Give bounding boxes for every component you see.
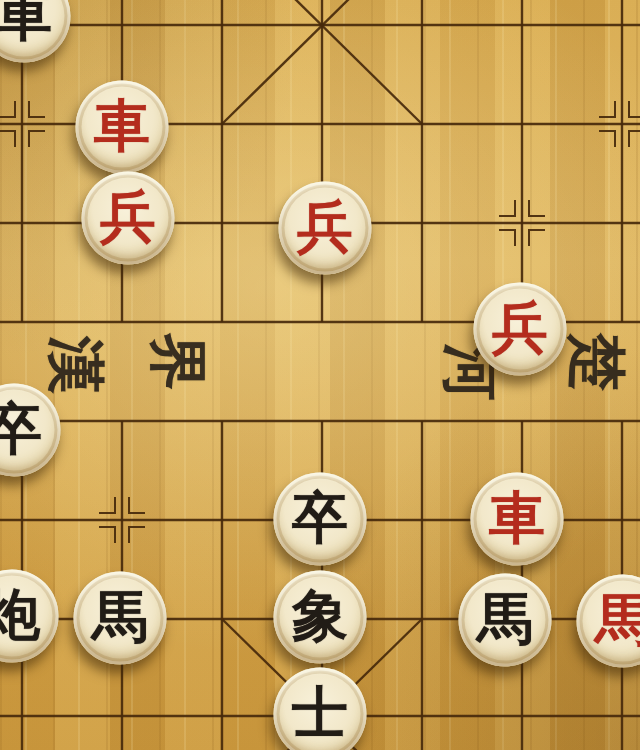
piece-glyph: 卒 — [292, 489, 348, 545]
xiangqi-photo: 漢界河楚 車車兵兵兵卒卒車炮馬象馬馬士 — [0, 0, 640, 750]
piece-glyph: 車 — [0, 0, 52, 42]
piece-glyph: 馬 — [595, 591, 640, 647]
point-marker-file8-rank3-cannon-point — [599, 101, 640, 147]
xiangqi-board[interactable]: 漢界河楚 車車兵兵兵卒卒車炮馬象馬馬士 — [0, 0, 640, 750]
piece-red-chariot-f7r7[interactable]: 車 — [471, 473, 564, 566]
piece-black-horse-f3r8[interactable]: 馬 — [74, 572, 167, 665]
piece-black-advisor-f5r9[interactable]: 士 — [274, 668, 367, 750]
piece-glyph: 象 — [292, 587, 348, 643]
piece-glyph: 車 — [489, 489, 545, 545]
piece-black-soldier-f5r7[interactable]: 卒 — [274, 473, 367, 566]
piece-glyph: 士 — [292, 684, 348, 740]
river-calligraphy-楚: 楚 — [567, 333, 625, 391]
point-marker-file2-rank3-cannon-point — [0, 101, 45, 147]
piece-glyph: 馬 — [477, 590, 533, 646]
piece-black-elephant-f5r8[interactable]: 象 — [274, 571, 367, 664]
piece-glyph: 兵 — [100, 188, 156, 244]
piece-glyph: 卒 — [0, 400, 42, 456]
river-calligraphy-漢: 漢 — [46, 336, 104, 394]
piece-red-chariot-f3r3[interactable]: 車 — [76, 81, 169, 174]
piece-black-horse-f7r8[interactable]: 馬 — [459, 574, 552, 667]
piece-glyph: 車 — [94, 97, 150, 153]
piece-glyph: 兵 — [492, 299, 548, 355]
piece-red-soldier-f5r4[interactable]: 兵 — [279, 182, 372, 275]
point-marker-file3-rank7-soldier-point — [99, 497, 145, 543]
point-marker-file7-rank4-soldier-point — [499, 200, 545, 246]
piece-glyph: 炮 — [0, 586, 40, 642]
piece-glyph: 兵 — [297, 198, 353, 254]
piece-glyph: 馬 — [92, 588, 148, 644]
piece-red-soldier-f7r5[interactable]: 兵 — [474, 283, 567, 376]
piece-red-soldier-f3r4[interactable]: 兵 — [82, 172, 175, 265]
river-calligraphy-界: 界 — [148, 333, 206, 391]
